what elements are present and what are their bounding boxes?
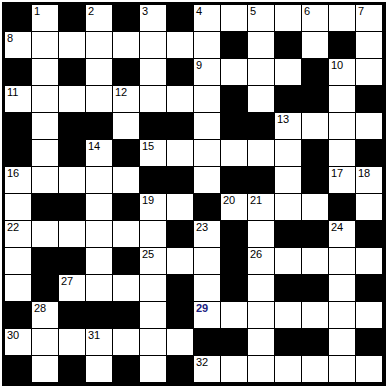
- clue-number-8: 8: [7, 32, 13, 45]
- clue-number-19: 19: [142, 194, 154, 207]
- cell-r3c4-white[interactable]: [86, 59, 112, 85]
- clue-number-1: 1: [34, 5, 40, 18]
- cell-r6c3-black: [59, 140, 85, 166]
- cell-r10c6-white[interactable]: 25: [140, 248, 166, 274]
- clue-number-11: 11: [7, 86, 18, 99]
- cell-r3c7-black: [167, 59, 193, 85]
- cell-r7c6-black: [140, 167, 166, 193]
- cell-r3c13-white[interactable]: 10: [329, 59, 355, 85]
- cell-r14c4-white[interactable]: [86, 356, 112, 382]
- cell-r12c8-white[interactable]: 29: [194, 302, 220, 328]
- cell-r14c8-white[interactable]: 32: [194, 356, 220, 382]
- cell-r7c7-black: [167, 167, 193, 193]
- cell-r9c3-white[interactable]: [59, 221, 85, 247]
- cell-r3c11-white[interactable]: [275, 59, 301, 85]
- cell-r14c5-black: [113, 356, 139, 382]
- clue-number-18: 18: [358, 167, 370, 180]
- cell-r4c3-white[interactable]: [59, 86, 85, 112]
- cell-r1c13-white[interactable]: [329, 5, 355, 31]
- cell-r12c2-white[interactable]: 28: [32, 302, 58, 328]
- cell-r13c13-white[interactable]: [329, 329, 355, 355]
- cell-r5c10-black: [248, 113, 274, 139]
- cell-r10c12-white[interactable]: [302, 248, 328, 274]
- cell-r3c2-white[interactable]: [32, 59, 58, 85]
- cell-r5c8-white[interactable]: [194, 113, 220, 139]
- cell-r11c2-black: [32, 275, 58, 301]
- cell-r13c4-white[interactable]: 31: [86, 329, 112, 355]
- cell-r8c4-white[interactable]: [86, 194, 112, 220]
- crossword-board-frame: 1234567891011121314151617181920212223242…: [2, 2, 386, 386]
- cell-r1c6-white[interactable]: 3: [140, 5, 166, 31]
- clue-number-10: 10: [331, 59, 343, 72]
- cell-r4c8-white[interactable]: [194, 86, 220, 112]
- cell-r11c11-black: [275, 275, 301, 301]
- cell-r7c2-white[interactable]: [32, 167, 58, 193]
- cell-r13c10-white[interactable]: [248, 329, 274, 355]
- cell-r14c2-white[interactable]: [32, 356, 58, 382]
- cell-r5c14-white[interactable]: [356, 113, 382, 139]
- cell-r11c5-white[interactable]: [113, 275, 139, 301]
- clue-number-17: 17: [331, 167, 343, 180]
- cell-r11c14-black: [356, 275, 382, 301]
- cell-r12c4-black: [86, 302, 112, 328]
- cell-r1c7-black: [167, 5, 193, 31]
- cell-r5c6-black: [140, 113, 166, 139]
- clue-number-30: 30: [7, 329, 19, 342]
- cell-r10c10-white[interactable]: 26: [248, 248, 274, 274]
- cell-r2c14-white[interactable]: [356, 32, 382, 58]
- cell-r8c14-white[interactable]: [356, 194, 382, 220]
- cell-r13c11-black: [275, 329, 301, 355]
- cell-r12c10-white[interactable]: [248, 302, 274, 328]
- cell-r11c6-white[interactable]: [140, 275, 166, 301]
- cell-r4c1-white[interactable]: 11: [5, 86, 31, 112]
- cell-r4c2-white[interactable]: [32, 86, 58, 112]
- cell-r9c5-white[interactable]: [113, 221, 139, 247]
- cell-r13c12-black: [302, 329, 328, 355]
- cell-r7c11-white[interactable]: [275, 167, 301, 193]
- cell-r12c3-black: [59, 302, 85, 328]
- cell-r1c3-black: [59, 5, 85, 31]
- cell-r8c6-white[interactable]: 19: [140, 194, 166, 220]
- cell-r2c12-white[interactable]: [302, 32, 328, 58]
- cell-r1c14-white[interactable]: 7: [356, 5, 382, 31]
- cell-r8c5-black: [113, 194, 139, 220]
- cell-r10c3-black: [59, 248, 85, 274]
- cell-r7c13-white[interactable]: 17: [329, 167, 355, 193]
- cell-r6c4-white[interactable]: 14: [86, 140, 112, 166]
- cell-r6c13-white[interactable]: [329, 140, 355, 166]
- cell-r5c9-black: [221, 113, 247, 139]
- cell-r14c6-white[interactable]: [140, 356, 166, 382]
- cell-r14c10-white[interactable]: [248, 356, 274, 382]
- cell-r4c5-white[interactable]: 12: [113, 86, 139, 112]
- cell-r8c10-white[interactable]: 21: [248, 194, 274, 220]
- cell-r14c13-white[interactable]: [329, 356, 355, 382]
- cell-r5c11-white[interactable]: 13: [275, 113, 301, 139]
- cell-r10c1-white[interactable]: [5, 248, 31, 274]
- cell-r7c3-white[interactable]: [59, 167, 85, 193]
- cell-r14c3-black: [59, 356, 85, 382]
- cell-r10c5-black: [113, 248, 139, 274]
- cell-r4c13-white[interactable]: [329, 86, 355, 112]
- cell-r7c8-white[interactable]: [194, 167, 220, 193]
- cell-r1c10-white[interactable]: 5: [248, 5, 274, 31]
- cell-r1c12-white[interactable]: 6: [302, 5, 328, 31]
- cell-r3c8-white[interactable]: 9: [194, 59, 220, 85]
- crossword-page: 1234567891011121314151617181920212223242…: [0, 0, 391, 391]
- cell-r1c2-white[interactable]: 1: [32, 5, 58, 31]
- cell-r3c14-white[interactable]: [356, 59, 382, 85]
- cell-r9c2-white[interactable]: [32, 221, 58, 247]
- cell-r9c9-black: [221, 221, 247, 247]
- cell-r4c14-black: [356, 86, 382, 112]
- cell-r5c2-white[interactable]: [32, 113, 58, 139]
- cell-r2c1-white[interactable]: 8: [5, 32, 31, 58]
- cell-r9c13-white[interactable]: 24: [329, 221, 355, 247]
- cell-r12c6-white[interactable]: [140, 302, 166, 328]
- cell-r5c7-black: [167, 113, 193, 139]
- cell-r12c11-white[interactable]: [275, 302, 301, 328]
- cell-r13c14-black: [356, 329, 382, 355]
- clue-number-14: 14: [88, 140, 100, 153]
- cell-r2c4-white[interactable]: [86, 32, 112, 58]
- cell-r10c7-white[interactable]: [167, 248, 193, 274]
- cell-r11c13-white[interactable]: [329, 275, 355, 301]
- clue-number-15: 15: [142, 140, 154, 153]
- cell-r12c5-black: [113, 302, 139, 328]
- cell-r2c11-black: [275, 32, 301, 58]
- clue-number-28: 28: [34, 302, 46, 315]
- cell-r4c7-white[interactable]: [167, 86, 193, 112]
- clue-number-31: 31: [88, 329, 100, 342]
- cell-r8c7-white[interactable]: [167, 194, 193, 220]
- clue-number-13: 13: [277, 113, 289, 126]
- cell-r11c9-black: [221, 275, 247, 301]
- clue-number-3: 3: [142, 5, 148, 18]
- cell-r11c10-white[interactable]: [248, 275, 274, 301]
- clue-number-27: 27: [61, 275, 73, 288]
- cell-r7c14-white[interactable]: 18: [356, 167, 382, 193]
- cell-r11c8-white[interactable]: [194, 275, 220, 301]
- cell-r10c2-black: [32, 248, 58, 274]
- cell-r6c11-white[interactable]: [275, 140, 301, 166]
- cell-r8c1-white[interactable]: [5, 194, 31, 220]
- cell-r9c1-white[interactable]: 22: [5, 221, 31, 247]
- clue-number-16: 16: [7, 167, 19, 180]
- clue-number-9: 9: [196, 59, 202, 72]
- cell-r4c12-black: [302, 86, 328, 112]
- clue-number-32: 32: [196, 356, 208, 369]
- cell-r8c11-white[interactable]: [275, 194, 301, 220]
- cell-r1c4-white[interactable]: 2: [86, 5, 112, 31]
- cell-r6c8-white[interactable]: [194, 140, 220, 166]
- cell-r2c8-white[interactable]: [194, 32, 220, 58]
- cell-r12c9-white[interactable]: [221, 302, 247, 328]
- cell-r5c1-black: [5, 113, 31, 139]
- cell-r9c7-black: [167, 221, 193, 247]
- cell-r7c5-white[interactable]: [113, 167, 139, 193]
- cell-r6c7-white[interactable]: [167, 140, 193, 166]
- cell-r14c11-white[interactable]: [275, 356, 301, 382]
- cell-r4c10-white[interactable]: [248, 86, 274, 112]
- cell-r2c5-white[interactable]: [113, 32, 139, 58]
- cell-r7c12-black: [302, 167, 328, 193]
- cell-r13c7-white[interactable]: [167, 329, 193, 355]
- cell-r3c12-black: [302, 59, 328, 85]
- cell-r1c1-black: [5, 5, 31, 31]
- cell-r2c13-black: [329, 32, 355, 58]
- cell-r4c11-black: [275, 86, 301, 112]
- cell-r10c14-white[interactable]: [356, 248, 382, 274]
- cell-r12c12-white[interactable]: [302, 302, 328, 328]
- clue-number-25: 25: [142, 248, 154, 261]
- cell-r4c6-white[interactable]: [140, 86, 166, 112]
- cell-r7c9-black: [221, 167, 247, 193]
- cell-r5c13-white[interactable]: [329, 113, 355, 139]
- cell-r1c9-white[interactable]: [221, 5, 247, 31]
- cell-r9c8-white[interactable]: 23: [194, 221, 220, 247]
- clue-number-24: 24: [331, 221, 343, 234]
- cell-r13c3-white[interactable]: [59, 329, 85, 355]
- cell-r12c14-white[interactable]: [356, 302, 382, 328]
- cell-r10c8-white[interactable]: [194, 248, 220, 274]
- clue-number-22: 22: [7, 221, 19, 234]
- cell-r2c9-black: [221, 32, 247, 58]
- cell-r13c9-black: [221, 329, 247, 355]
- cell-r4c9-black: [221, 86, 247, 112]
- cell-r6c1-black: [5, 140, 31, 166]
- cell-r9c10-white[interactable]: [248, 221, 274, 247]
- clue-number-2: 2: [88, 5, 94, 18]
- clue-number-29: 29: [196, 302, 208, 315]
- cell-r9c11-black: [275, 221, 301, 247]
- clue-number-21: 21: [250, 194, 262, 207]
- cell-r14c7-black: [167, 356, 193, 382]
- cell-r3c3-black: [59, 59, 85, 85]
- cell-r7c4-white[interactable]: [86, 167, 112, 193]
- cell-r10c13-white[interactable]: [329, 248, 355, 274]
- cell-r14c9-white[interactable]: [221, 356, 247, 382]
- cell-r13c1-white[interactable]: 30: [5, 329, 31, 355]
- crossword-grid: 1234567891011121314151617181920212223242…: [4, 4, 383, 383]
- cell-r3c9-white[interactable]: [221, 59, 247, 85]
- cell-r5c12-white[interactable]: [302, 113, 328, 139]
- cell-r3c5-black: [113, 59, 139, 85]
- cell-r8c2-black: [32, 194, 58, 220]
- cell-r11c12-black: [302, 275, 328, 301]
- cell-r11c4-white[interactable]: [86, 275, 112, 301]
- clue-number-26: 26: [250, 248, 262, 261]
- cell-r6c9-white[interactable]: [221, 140, 247, 166]
- clue-number-4: 4: [196, 5, 202, 18]
- cell-r11c3-white[interactable]: 27: [59, 275, 85, 301]
- cell-r1c5-black: [113, 5, 139, 31]
- cell-r14c1-black: [5, 356, 31, 382]
- clue-number-20: 20: [223, 194, 235, 207]
- cell-r6c6-white[interactable]: 15: [140, 140, 166, 166]
- cell-r1c11-white[interactable]: [275, 5, 301, 31]
- cell-r14c12-white[interactable]: [302, 356, 328, 382]
- clue-number-12: 12: [115, 86, 127, 99]
- cell-r6c2-white[interactable]: [32, 140, 58, 166]
- cell-r5c5-white[interactable]: [113, 113, 139, 139]
- cell-r5c3-black: [59, 113, 85, 139]
- cell-r3c10-white[interactable]: [248, 59, 274, 85]
- cell-r12c7-black: [167, 302, 193, 328]
- cell-r2c6-white[interactable]: [140, 32, 166, 58]
- cell-r6c14-black: [356, 140, 382, 166]
- cell-r7c1-white[interactable]: 16: [5, 167, 31, 193]
- cell-r8c3-black: [59, 194, 85, 220]
- cell-r10c4-white[interactable]: [86, 248, 112, 274]
- cell-r11c1-white[interactable]: [5, 275, 31, 301]
- cell-r9c6-white[interactable]: [140, 221, 166, 247]
- cell-r8c9-white[interactable]: 20: [221, 194, 247, 220]
- cell-r14c14-white[interactable]: [356, 356, 382, 382]
- clue-number-5: 5: [250, 5, 256, 18]
- cell-r2c10-white[interactable]: [248, 32, 274, 58]
- cell-r9c4-white[interactable]: [86, 221, 112, 247]
- cell-r1c8-white[interactable]: 4: [194, 5, 220, 31]
- cell-r6c10-white[interactable]: [248, 140, 274, 166]
- clue-number-6: 6: [304, 5, 310, 18]
- cell-r10c9-black: [221, 248, 247, 274]
- cell-r8c12-white[interactable]: [302, 194, 328, 220]
- cell-r8c8-black: [194, 194, 220, 220]
- cell-r2c3-white[interactable]: [59, 32, 85, 58]
- cell-r13c8-black: [194, 329, 220, 355]
- cell-r5c4-black: [86, 113, 112, 139]
- cell-r12c1-black: [5, 302, 31, 328]
- cell-r13c5-white[interactable]: [113, 329, 139, 355]
- clue-number-23: 23: [196, 221, 208, 234]
- cell-r2c2-white[interactable]: [32, 32, 58, 58]
- cell-r3c1-black: [5, 59, 31, 85]
- cell-r8c13-black: [329, 194, 355, 220]
- cell-r10c11-white[interactable]: [275, 248, 301, 274]
- cell-r2c7-white[interactable]: [167, 32, 193, 58]
- cell-r4c4-white[interactable]: [86, 86, 112, 112]
- cell-r9c14-black: [356, 221, 382, 247]
- cell-r9c12-black: [302, 221, 328, 247]
- cell-r13c6-white[interactable]: [140, 329, 166, 355]
- cell-r3c6-white[interactable]: [140, 59, 166, 85]
- clue-number-7: 7: [358, 5, 364, 18]
- cell-r7c10-black: [248, 167, 274, 193]
- cell-r6c5-black: [113, 140, 139, 166]
- cell-r12c13-white[interactable]: [329, 302, 355, 328]
- cell-r6c12-black: [302, 140, 328, 166]
- cell-r13c2-white[interactable]: [32, 329, 58, 355]
- cell-r11c7-black: [167, 275, 193, 301]
